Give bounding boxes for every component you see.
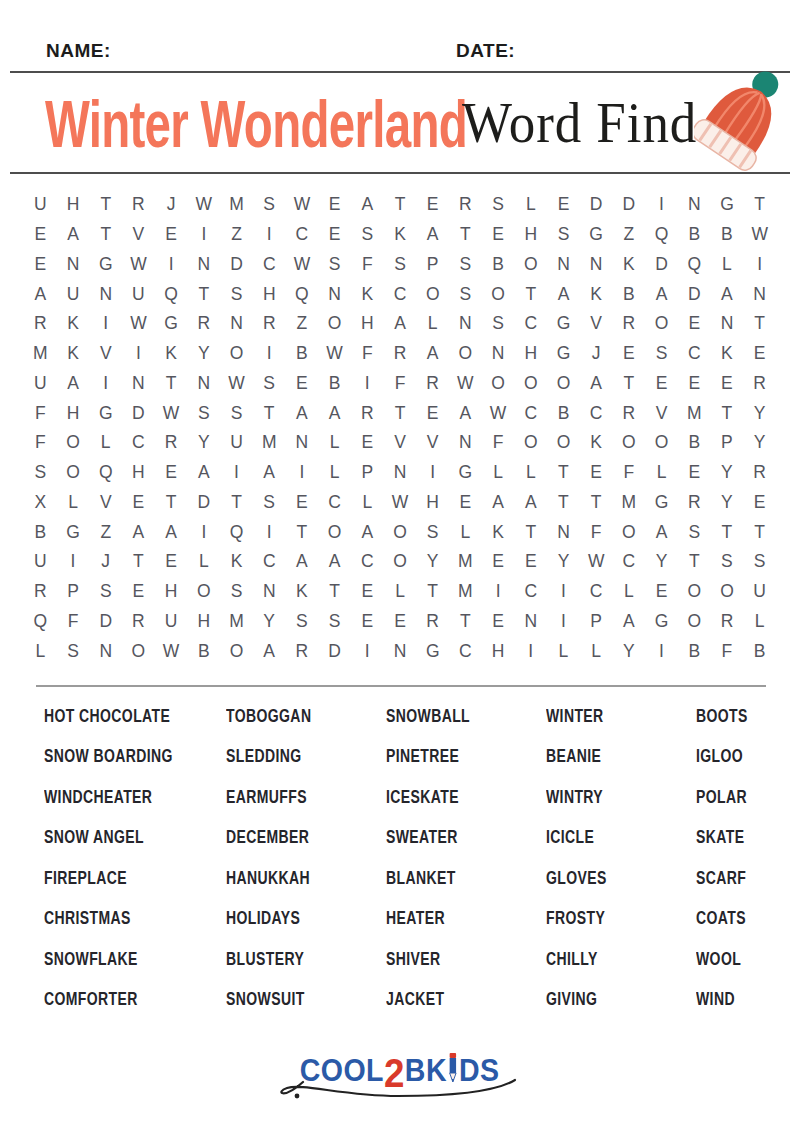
grid-cell-r13c6[interactable]: L (187, 547, 220, 577)
grid-cell-r8c15[interactable]: W (482, 398, 515, 428)
grid-cell-r1c16[interactable]: L (514, 190, 547, 220)
grid-cell-r1c1[interactable]: U (24, 190, 57, 220)
grid-cell-r13c23[interactable]: S (743, 547, 776, 577)
grid-cell-r3c13[interactable]: P (416, 250, 449, 280)
grid-cell-r10c7[interactable]: I (220, 458, 253, 488)
grid-cell-r1c7[interactable]: M (220, 190, 253, 220)
grid-cell-r7c9[interactable]: E (286, 369, 319, 399)
grid-cell-r16c6[interactable]: B (187, 636, 220, 666)
grid-cell-r3c16[interactable]: O (514, 250, 547, 280)
grid-cell-r6c23[interactable]: E (743, 339, 776, 369)
grid-cell-r9c20[interactable]: O (645, 428, 678, 458)
grid-cell-r11c7[interactable]: T (220, 488, 253, 518)
grid-cell-r15c15[interactable]: E (482, 607, 515, 637)
grid-cell-r10c14[interactable]: G (449, 458, 482, 488)
grid-cell-r14c10[interactable]: T (318, 577, 351, 607)
grid-cell-r9c18[interactable]: K (580, 428, 613, 458)
grid-cell-r9c2[interactable]: O (57, 428, 90, 458)
grid-cell-r8c17[interactable]: B (547, 398, 580, 428)
grid-cell-r10c3[interactable]: Q (89, 458, 122, 488)
grid-cell-r11c17[interactable]: T (547, 488, 580, 518)
grid-cell-r1c2[interactable]: H (57, 190, 90, 220)
grid-cell-r4c7[interactable]: S (220, 279, 253, 309)
grid-cell-r13c10[interactable]: A (318, 547, 351, 577)
grid-cell-r9c22[interactable]: P (711, 428, 744, 458)
grid-cell-r4c2[interactable]: U (57, 279, 90, 309)
grid-cell-r2c13[interactable]: A (416, 220, 449, 250)
grid-cell-r16c17[interactable]: L (547, 636, 580, 666)
grid-cell-r5c14[interactable]: N (449, 309, 482, 339)
grid-cell-r15c1[interactable]: Q (24, 607, 57, 637)
grid-cell-r3c15[interactable]: B (482, 250, 515, 280)
grid-cell-r16c18[interactable]: L (580, 636, 613, 666)
grid-cell-r3c10[interactable]: S (318, 250, 351, 280)
grid-cell-r1c17[interactable]: E (547, 190, 580, 220)
grid-cell-r1c5[interactable]: J (155, 190, 188, 220)
grid-cell-r4c4[interactable]: U (122, 279, 155, 309)
grid-cell-r11c20[interactable]: G (645, 488, 678, 518)
grid-cell-r12c1[interactable]: B (24, 517, 57, 547)
grid-cell-r12c4[interactable]: A (122, 517, 155, 547)
grid-cell-r16c21[interactable]: B (678, 636, 711, 666)
grid-cell-r11c19[interactable]: M (613, 488, 646, 518)
grid-cell-r13c18[interactable]: W (580, 547, 613, 577)
grid-cell-r13c3[interactable]: J (89, 547, 122, 577)
grid-cell-r1c21[interactable]: N (678, 190, 711, 220)
grid-cell-r13c11[interactable]: C (351, 547, 384, 577)
grid-cell-r4c12[interactable]: C (384, 279, 417, 309)
grid-cell-r11c8[interactable]: S (253, 488, 286, 518)
grid-cell-r6c13[interactable]: A (416, 339, 449, 369)
grid-cell-r6c10[interactable]: W (318, 339, 351, 369)
grid-cell-r4c9[interactable]: Q (286, 279, 319, 309)
grid-cell-r9c17[interactable]: O (547, 428, 580, 458)
grid-cell-r11c10[interactable]: C (318, 488, 351, 518)
grid-cell-r1c14[interactable]: R (449, 190, 482, 220)
grid-cell-r16c4[interactable]: O (122, 636, 155, 666)
grid-cell-r12c23[interactable]: T (743, 517, 776, 547)
grid-cell-r7c1[interactable]: U (24, 369, 57, 399)
grid-cell-r10c13[interactable]: I (416, 458, 449, 488)
grid-cell-r13c22[interactable]: S (711, 547, 744, 577)
grid-cell-r6c4[interactable]: I (122, 339, 155, 369)
grid-cell-r12c21[interactable]: S (678, 517, 711, 547)
grid-cell-r11c14[interactable]: E (449, 488, 482, 518)
grid-cell-r2c4[interactable]: V (122, 220, 155, 250)
grid-cell-r2c2[interactable]: A (57, 220, 90, 250)
grid-cell-r15c18[interactable]: P (580, 607, 613, 637)
grid-cell-r16c1[interactable]: L (24, 636, 57, 666)
grid-cell-r4c6[interactable]: T (187, 279, 220, 309)
grid-cell-r15c23[interactable]: L (743, 607, 776, 637)
grid-cell-r4c23[interactable]: N (743, 279, 776, 309)
grid-cell-r1c13[interactable]: E (416, 190, 449, 220)
grid-cell-r13c15[interactable]: E (482, 547, 515, 577)
grid-cell-r16c23[interactable]: B (743, 636, 776, 666)
grid-cell-r5c9[interactable]: Z (286, 309, 319, 339)
grid-cell-r9c7[interactable]: U (220, 428, 253, 458)
grid-cell-r12c5[interactable]: A (155, 517, 188, 547)
grid-cell-r2c22[interactable]: B (711, 220, 744, 250)
grid-cell-r10c19[interactable]: F (613, 458, 646, 488)
grid-cell-r11c21[interactable]: R (678, 488, 711, 518)
grid-cell-r2c6[interactable]: I (187, 220, 220, 250)
grid-cell-r15c20[interactable]: G (645, 607, 678, 637)
grid-cell-r8c6[interactable]: S (187, 398, 220, 428)
grid-cell-r2c21[interactable]: B (678, 220, 711, 250)
grid-cell-r14c15[interactable]: I (482, 577, 515, 607)
grid-cell-r16c19[interactable]: Y (613, 636, 646, 666)
grid-cell-r12c15[interactable]: K (482, 517, 515, 547)
grid-cell-r7c12[interactable]: F (384, 369, 417, 399)
grid-cell-r8c9[interactable]: A (286, 398, 319, 428)
grid-cell-r5c5[interactable]: G (155, 309, 188, 339)
grid-cell-r12c20[interactable]: A (645, 517, 678, 547)
grid-cell-r10c10[interactable]: L (318, 458, 351, 488)
grid-cell-r15c19[interactable]: A (613, 607, 646, 637)
grid-cell-r8c7[interactable]: S (220, 398, 253, 428)
grid-cell-r14c8[interactable]: N (253, 577, 286, 607)
grid-cell-r15c7[interactable]: M (220, 607, 253, 637)
grid-cell-r1c22[interactable]: G (711, 190, 744, 220)
grid-cell-r3c21[interactable]: Q (678, 250, 711, 280)
grid-cell-r5c15[interactable]: S (482, 309, 515, 339)
grid-cell-r9c12[interactable]: V (384, 428, 417, 458)
grid-cell-r7c20[interactable]: E (645, 369, 678, 399)
grid-cell-r4c8[interactable]: H (253, 279, 286, 309)
grid-cell-r7c22[interactable]: E (711, 369, 744, 399)
grid-cell-r9c6[interactable]: Y (187, 428, 220, 458)
grid-cell-r13c21[interactable]: T (678, 547, 711, 577)
grid-cell-r16c9[interactable]: R (286, 636, 319, 666)
grid-cell-r6c19[interactable]: E (613, 339, 646, 369)
grid-cell-r13c16[interactable]: E (514, 547, 547, 577)
grid-cell-r8c19[interactable]: R (613, 398, 646, 428)
grid-cell-r5c21[interactable]: E (678, 309, 711, 339)
grid-cell-r7c13[interactable]: R (416, 369, 449, 399)
grid-cell-r16c14[interactable]: C (449, 636, 482, 666)
grid-cell-r9c15[interactable]: F (482, 428, 515, 458)
grid-cell-r5c16[interactable]: C (514, 309, 547, 339)
grid-cell-r15c14[interactable]: T (449, 607, 482, 637)
grid-cell-r12c13[interactable]: S (416, 517, 449, 547)
grid-cell-r15c12[interactable]: E (384, 607, 417, 637)
grid-cell-r12c6[interactable]: I (187, 517, 220, 547)
grid-cell-r10c12[interactable]: N (384, 458, 417, 488)
grid-cell-r8c21[interactable]: M (678, 398, 711, 428)
grid-cell-r14c9[interactable]: K (286, 577, 319, 607)
grid-cell-r4c21[interactable]: D (678, 279, 711, 309)
grid-cell-r6c20[interactable]: S (645, 339, 678, 369)
grid-cell-r1c11[interactable]: A (351, 190, 384, 220)
grid-cell-r13c13[interactable]: Y (416, 547, 449, 577)
grid-cell-r10c6[interactable]: A (187, 458, 220, 488)
grid-cell-r14c22[interactable]: O (711, 577, 744, 607)
grid-cell-r12c7[interactable]: Q (220, 517, 253, 547)
grid-cell-r14c19[interactable]: L (613, 577, 646, 607)
grid-cell-r1c15[interactable]: S (482, 190, 515, 220)
grid-cell-r9c11[interactable]: E (351, 428, 384, 458)
name-date-write-line[interactable] (10, 71, 790, 73)
grid-cell-r9c10[interactable]: L (318, 428, 351, 458)
grid-cell-r8c11[interactable]: R (351, 398, 384, 428)
grid-cell-r5c1[interactable]: R (24, 309, 57, 339)
grid-cell-r16c16[interactable]: I (514, 636, 547, 666)
grid-cell-r8c16[interactable]: C (514, 398, 547, 428)
grid-cell-r14c7[interactable]: S (220, 577, 253, 607)
grid-cell-r3c18[interactable]: N (580, 250, 613, 280)
grid-cell-r7c3[interactable]: I (89, 369, 122, 399)
grid-cell-r8c13[interactable]: E (416, 398, 449, 428)
grid-cell-r13c2[interactable]: I (57, 547, 90, 577)
grid-cell-r4c18[interactable]: K (580, 279, 613, 309)
grid-cell-r13c19[interactable]: C (613, 547, 646, 577)
grid-cell-r16c20[interactable]: I (645, 636, 678, 666)
grid-cell-r3c17[interactable]: N (547, 250, 580, 280)
grid-cell-r3c22[interactable]: L (711, 250, 744, 280)
grid-cell-r4c13[interactable]: O (416, 279, 449, 309)
grid-cell-r6c17[interactable]: G (547, 339, 580, 369)
grid-cell-r15c9[interactable]: S (286, 607, 319, 637)
grid-cell-r6c6[interactable]: Y (187, 339, 220, 369)
grid-cell-r7c11[interactable]: I (351, 369, 384, 399)
grid-cell-r10c2[interactable]: O (57, 458, 90, 488)
grid-cell-r2c1[interactable]: E (24, 220, 57, 250)
grid-cell-r10c23[interactable]: R (743, 458, 776, 488)
grid-cell-r7c17[interactable]: O (547, 369, 580, 399)
grid-cell-r13c5[interactable]: E (155, 547, 188, 577)
grid-cell-r6c5[interactable]: K (155, 339, 188, 369)
grid-cell-r2c15[interactable]: E (482, 220, 515, 250)
grid-cell-r1c10[interactable]: E (318, 190, 351, 220)
grid-cell-r5c12[interactable]: A (384, 309, 417, 339)
grid-cell-r6c8[interactable]: I (253, 339, 286, 369)
grid-cell-r9c1[interactable]: F (24, 428, 57, 458)
grid-cell-r14c14[interactable]: M (449, 577, 482, 607)
grid-cell-r15c11[interactable]: E (351, 607, 384, 637)
grid-cell-r14c18[interactable]: C (580, 577, 613, 607)
grid-cell-r5c13[interactable]: L (416, 309, 449, 339)
grid-cell-r10c8[interactable]: A (253, 458, 286, 488)
grid-cell-r16c8[interactable]: A (253, 636, 286, 666)
grid-cell-r14c20[interactable]: E (645, 577, 678, 607)
grid-cell-r5c4[interactable]: W (122, 309, 155, 339)
grid-cell-r11c15[interactable]: A (482, 488, 515, 518)
grid-cell-r6c18[interactable]: J (580, 339, 613, 369)
grid-cell-r9c14[interactable]: N (449, 428, 482, 458)
grid-cell-r7c18[interactable]: A (580, 369, 613, 399)
grid-cell-r6c9[interactable]: B (286, 339, 319, 369)
grid-cell-r3c2[interactable]: N (57, 250, 90, 280)
grid-cell-r16c11[interactable]: I (351, 636, 384, 666)
grid-cell-r14c6[interactable]: O (187, 577, 220, 607)
grid-cell-r15c21[interactable]: O (678, 607, 711, 637)
grid-cell-r16c13[interactable]: G (416, 636, 449, 666)
grid-cell-r1c9[interactable]: W (286, 190, 319, 220)
grid-cell-r2c8[interactable]: I (253, 220, 286, 250)
grid-cell-r2c20[interactable]: Q (645, 220, 678, 250)
grid-cell-r6c15[interactable]: N (482, 339, 515, 369)
grid-cell-r3c1[interactable]: E (24, 250, 57, 280)
grid-cell-r15c8[interactable]: Y (253, 607, 286, 637)
grid-cell-r9c5[interactable]: R (155, 428, 188, 458)
grid-cell-r12c14[interactable]: L (449, 517, 482, 547)
grid-cell-r8c22[interactable]: T (711, 398, 744, 428)
grid-cell-r6c21[interactable]: C (678, 339, 711, 369)
grid-cell-r10c16[interactable]: L (514, 458, 547, 488)
grid-cell-r7c16[interactable]: O (514, 369, 547, 399)
grid-cell-r2c14[interactable]: T (449, 220, 482, 250)
grid-cell-r8c5[interactable]: W (155, 398, 188, 428)
grid-cell-r1c20[interactable]: I (645, 190, 678, 220)
grid-cell-r6c16[interactable]: H (514, 339, 547, 369)
grid-cell-r12c19[interactable]: O (613, 517, 646, 547)
grid-cell-r9c8[interactable]: M (253, 428, 286, 458)
grid-cell-r3c7[interactable]: D (220, 250, 253, 280)
grid-cell-r14c13[interactable]: T (416, 577, 449, 607)
grid-cell-r16c2[interactable]: S (57, 636, 90, 666)
grid-cell-r9c3[interactable]: L (89, 428, 122, 458)
grid-cell-r13c8[interactable]: C (253, 547, 286, 577)
grid-cell-r8c8[interactable]: T (253, 398, 286, 428)
grid-cell-r2c9[interactable]: C (286, 220, 319, 250)
grid-cell-r8c2[interactable]: H (57, 398, 90, 428)
grid-cell-r14c16[interactable]: C (514, 577, 547, 607)
grid-cell-r3c9[interactable]: W (286, 250, 319, 280)
grid-cell-r5c7[interactable]: N (220, 309, 253, 339)
grid-cell-r8c18[interactable]: C (580, 398, 613, 428)
grid-cell-r2c23[interactable]: W (743, 220, 776, 250)
grid-cell-r6c12[interactable]: R (384, 339, 417, 369)
grid-cell-r4c16[interactable]: T (514, 279, 547, 309)
grid-cell-r14c1[interactable]: R (24, 577, 57, 607)
grid-cell-r5c17[interactable]: G (547, 309, 580, 339)
grid-cell-r11c9[interactable]: E (286, 488, 319, 518)
grid-cell-r2c3[interactable]: T (89, 220, 122, 250)
grid-cell-r7c8[interactable]: S (253, 369, 286, 399)
grid-cell-r16c3[interactable]: N (89, 636, 122, 666)
grid-cell-r11c5[interactable]: T (155, 488, 188, 518)
grid-cell-r7c6[interactable]: N (187, 369, 220, 399)
grid-cell-r7c23[interactable]: R (743, 369, 776, 399)
grid-cell-r3c8[interactable]: C (253, 250, 286, 280)
grid-cell-r3c11[interactable]: F (351, 250, 384, 280)
grid-cell-r16c10[interactable]: D (318, 636, 351, 666)
grid-cell-r3c12[interactable]: S (384, 250, 417, 280)
grid-cell-r12c10[interactable]: O (318, 517, 351, 547)
grid-cell-r16c15[interactable]: H (482, 636, 515, 666)
grid-cell-r13c12[interactable]: O (384, 547, 417, 577)
grid-cell-r1c12[interactable]: T (384, 190, 417, 220)
grid-cell-r12c16[interactable]: T (514, 517, 547, 547)
grid-cell-r14c11[interactable]: E (351, 577, 384, 607)
grid-cell-r16c7[interactable]: O (220, 636, 253, 666)
grid-cell-r10c21[interactable]: E (678, 458, 711, 488)
grid-cell-r3c5[interactable]: I (155, 250, 188, 280)
grid-cell-r4c17[interactable]: A (547, 279, 580, 309)
grid-cell-r4c1[interactable]: A (24, 279, 57, 309)
grid-cell-r8c1[interactable]: F (24, 398, 57, 428)
grid-cell-r14c12[interactable]: L (384, 577, 417, 607)
grid-cell-r16c5[interactable]: W (155, 636, 188, 666)
grid-cell-r3c20[interactable]: D (645, 250, 678, 280)
grid-cell-r4c19[interactable]: B (613, 279, 646, 309)
grid-cell-r4c5[interactable]: Q (155, 279, 188, 309)
grid-cell-r7c15[interactable]: O (482, 369, 515, 399)
grid-cell-r2c10[interactable]: E (318, 220, 351, 250)
grid-cell-r9c13[interactable]: V (416, 428, 449, 458)
grid-cell-r5c19[interactable]: R (613, 309, 646, 339)
grid-cell-r15c3[interactable]: D (89, 607, 122, 637)
grid-cell-r5c23[interactable]: T (743, 309, 776, 339)
grid-cell-r12c8[interactable]: I (253, 517, 286, 547)
grid-cell-r15c10[interactable]: S (318, 607, 351, 637)
grid-cell-r6c11[interactable]: F (351, 339, 384, 369)
grid-cell-r11c16[interactable]: A (514, 488, 547, 518)
grid-cell-r1c23[interactable]: T (743, 190, 776, 220)
grid-cell-r7c14[interactable]: W (449, 369, 482, 399)
grid-cell-r13c7[interactable]: K (220, 547, 253, 577)
grid-cell-r15c22[interactable]: R (711, 607, 744, 637)
grid-cell-r10c9[interactable]: I (286, 458, 319, 488)
grid-cell-r11c13[interactable]: H (416, 488, 449, 518)
grid-cell-r8c14[interactable]: A (449, 398, 482, 428)
grid-cell-r6c22[interactable]: K (711, 339, 744, 369)
grid-cell-r3c6[interactable]: N (187, 250, 220, 280)
grid-cell-r10c11[interactable]: P (351, 458, 384, 488)
grid-cell-r5c8[interactable]: R (253, 309, 286, 339)
grid-cell-r1c3[interactable]: T (89, 190, 122, 220)
grid-cell-r4c20[interactable]: A (645, 279, 678, 309)
grid-cell-r4c14[interactable]: S (449, 279, 482, 309)
grid-cell-r3c4[interactable]: W (122, 250, 155, 280)
grid-cell-r2c18[interactable]: G (580, 220, 613, 250)
grid-cell-r1c18[interactable]: D (580, 190, 613, 220)
grid-cell-r7c19[interactable]: T (613, 369, 646, 399)
grid-cell-r16c22[interactable]: F (711, 636, 744, 666)
grid-cell-r11c12[interactable]: W (384, 488, 417, 518)
grid-cell-r5c10[interactable]: O (318, 309, 351, 339)
grid-cell-r11c22[interactable]: Y (711, 488, 744, 518)
grid-cell-r9c19[interactable]: O (613, 428, 646, 458)
grid-cell-r5c11[interactable]: H (351, 309, 384, 339)
grid-cell-r3c3[interactable]: G (89, 250, 122, 280)
grid-cell-r4c10[interactable]: N (318, 279, 351, 309)
grid-cell-r6c2[interactable]: K (57, 339, 90, 369)
grid-cell-r11c1[interactable]: X (24, 488, 57, 518)
grid-cell-r14c2[interactable]: P (57, 577, 90, 607)
grid-cell-r14c4[interactable]: E (122, 577, 155, 607)
grid-cell-r13c17[interactable]: Y (547, 547, 580, 577)
grid-cell-r6c3[interactable]: V (89, 339, 122, 369)
grid-cell-r11c3[interactable]: V (89, 488, 122, 518)
grid-cell-r7c4[interactable]: N (122, 369, 155, 399)
grid-cell-r15c5[interactable]: U (155, 607, 188, 637)
grid-cell-r9c16[interactable]: O (514, 428, 547, 458)
grid-cell-r2c5[interactable]: E (155, 220, 188, 250)
grid-cell-r8c3[interactable]: G (89, 398, 122, 428)
grid-cell-r9c9[interactable]: N (286, 428, 319, 458)
grid-cell-r10c22[interactable]: Y (711, 458, 744, 488)
grid-cell-r14c5[interactable]: H (155, 577, 188, 607)
grid-cell-r15c4[interactable]: R (122, 607, 155, 637)
grid-cell-r10c15[interactable]: L (482, 458, 515, 488)
grid-cell-r2c11[interactable]: S (351, 220, 384, 250)
grid-cell-r7c21[interactable]: E (678, 369, 711, 399)
grid-cell-r10c4[interactable]: H (122, 458, 155, 488)
grid-cell-r2c12[interactable]: K (384, 220, 417, 250)
grid-cell-r10c20[interactable]: L (645, 458, 678, 488)
